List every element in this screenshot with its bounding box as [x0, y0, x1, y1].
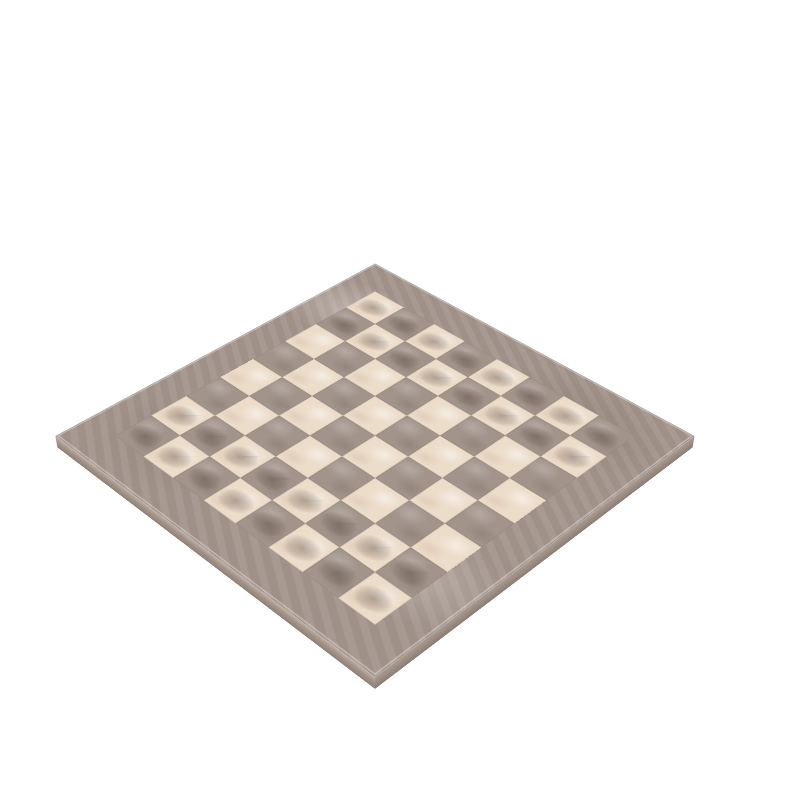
product-photo-scene: ♜♞♝♛♚♝♞♜♟♟♟♟♟♟♟♟♟♟♟♟♟♟♟♟♜♞♝♚♛♝♞♜ — [0, 0, 800, 800]
playing-field: ♜♞♝♛♚♝♞♜♟♟♟♟♟♟♟♟♟♟♟♟♟♟♟♟♜♞♝♚♛♝♞♜ — [115, 291, 636, 625]
chess-board: ♜♞♝♛♚♝♞♜♟♟♟♟♟♟♟♟♟♟♟♟♟♟♟♟♜♞♝♚♛♝♞♜ — [55, 263, 694, 677]
square-h1: ♜ — [338, 572, 412, 625]
rook-glyph: ♜ — [346, 536, 405, 602]
pawn-glyph: ♟ — [552, 411, 596, 460]
board-slab: ♜♞♝♛♚♝♞♜♟♟♟♟♟♟♟♟♟♟♟♟♟♟♟♟♜♞♝♚♛♝♞♜ — [55, 263, 694, 677]
